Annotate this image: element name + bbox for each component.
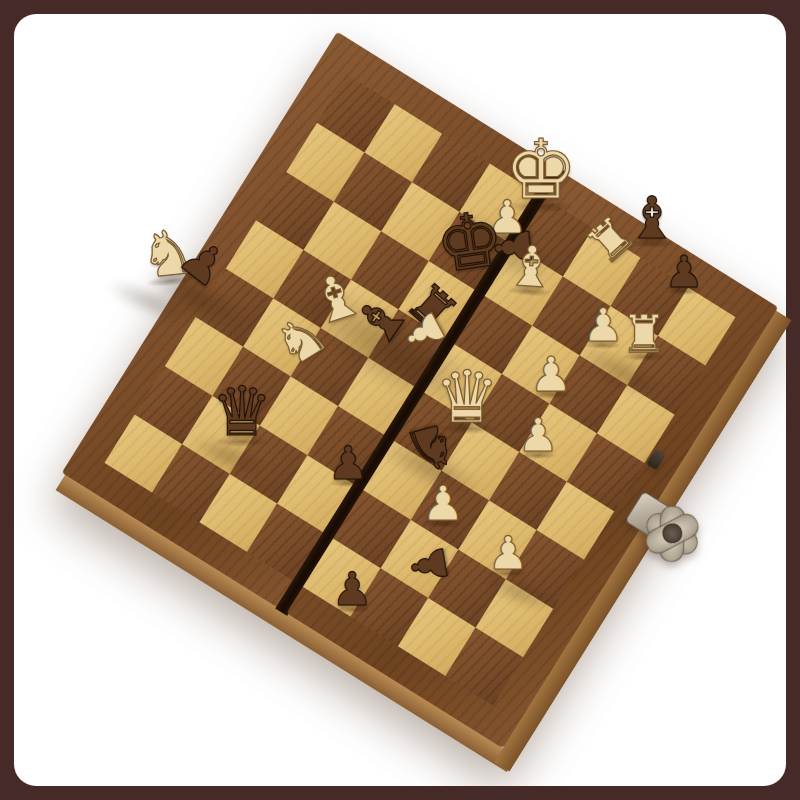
light-bishop: ♝ xyxy=(501,237,561,297)
light-pawn-5: ♟ xyxy=(419,479,467,527)
dark-pawn-2: ♟ xyxy=(329,566,375,612)
dark-pawn-1: ♟ xyxy=(325,440,371,486)
light-rook: ♜ xyxy=(618,308,670,360)
dark-queen: ♛ xyxy=(208,378,276,446)
dark-pawn-fallen-3: ♟ xyxy=(402,538,455,591)
dark-pawn-3: ♟ xyxy=(662,250,706,294)
light-pawn-2: ♟ xyxy=(527,350,575,398)
light-pawn-6: ♟ xyxy=(485,530,531,576)
light-pawn-3: ♟ xyxy=(515,412,561,458)
